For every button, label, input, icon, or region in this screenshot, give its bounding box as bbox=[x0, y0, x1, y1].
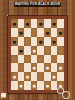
black-man[interactable]: ● bbox=[25, 20, 29, 27]
square-r1c2 bbox=[18, 19, 25, 28]
square-r2c2[interactable]: ● bbox=[18, 28, 25, 37]
black-man[interactable]: ● bbox=[52, 38, 56, 45]
black-man[interactable]: ● bbox=[45, 29, 49, 36]
square-r5c8 bbox=[57, 55, 64, 64]
square-r4c6[interactable] bbox=[44, 46, 51, 55]
square-r7c1[interactable]: ● bbox=[11, 72, 18, 81]
square-r1c7[interactable]: ● bbox=[51, 19, 58, 28]
square-r6c6[interactable]: ● bbox=[44, 63, 51, 72]
square-r1c3[interactable]: ● bbox=[24, 19, 31, 28]
board-grid: ●●●●●●●●●●●●●●●●●●●●●● bbox=[11, 19, 64, 90]
white-man[interactable]: ● bbox=[19, 82, 23, 89]
square-r6c4[interactable]: ● bbox=[31, 63, 38, 72]
square-r7c6 bbox=[44, 72, 51, 81]
square-r3c7[interactable]: ● bbox=[51, 37, 58, 46]
square-r7c8 bbox=[57, 72, 64, 81]
square-r2c4[interactable] bbox=[31, 28, 38, 37]
square-r4c8[interactable] bbox=[57, 46, 64, 55]
black-man[interactable]: ● bbox=[39, 38, 43, 45]
white-man[interactable]: ● bbox=[45, 82, 49, 89]
square-r4c1 bbox=[11, 46, 18, 55]
white-man[interactable]: ● bbox=[32, 64, 36, 71]
square-r8c5 bbox=[37, 81, 44, 90]
square-r2c5 bbox=[37, 28, 44, 37]
square-r1c5[interactable]: ● bbox=[37, 19, 44, 28]
white-man[interactable]: ● bbox=[52, 73, 56, 80]
square-r4c3 bbox=[24, 46, 31, 55]
square-r5c3[interactable] bbox=[24, 55, 31, 64]
square-r8c4[interactable]: ● bbox=[31, 81, 38, 90]
square-r6c2[interactable] bbox=[18, 63, 25, 72]
game-screen: WAITING FOR BLACK MOVE ●●●●●●●●●●●●●●●●●… bbox=[0, 0, 75, 100]
white-man[interactable]: ● bbox=[32, 46, 36, 53]
status-text: WAITING FOR BLACK MOVE bbox=[15, 3, 60, 6]
square-r1c6 bbox=[44, 19, 51, 28]
black-man[interactable]: ● bbox=[19, 29, 23, 36]
square-r3c3[interactable] bbox=[24, 37, 31, 46]
square-r6c3 bbox=[24, 63, 31, 72]
square-r3c8 bbox=[57, 37, 64, 46]
square-r4c5 bbox=[37, 46, 44, 55]
white-man[interactable]: ● bbox=[58, 64, 62, 71]
square-r6c8[interactable]: ● bbox=[57, 63, 64, 72]
square-r7c5[interactable] bbox=[37, 72, 44, 81]
white-man[interactable]: ● bbox=[32, 82, 36, 89]
square-r1c1[interactable]: ● bbox=[11, 19, 18, 28]
square-r6c1 bbox=[11, 63, 18, 72]
black-man[interactable]: ● bbox=[58, 29, 62, 36]
white-man[interactable]: ● bbox=[12, 73, 16, 80]
square-r3c1[interactable]: ● bbox=[11, 37, 18, 46]
square-r6c5 bbox=[37, 63, 44, 72]
square-r8c3 bbox=[24, 81, 31, 90]
square-r8c2[interactable]: ● bbox=[18, 81, 25, 90]
square-r4c2[interactable]: ● bbox=[18, 46, 25, 55]
square-r1c8 bbox=[57, 19, 64, 28]
square-r7c3[interactable]: ● bbox=[24, 72, 31, 81]
square-r5c2 bbox=[18, 55, 25, 64]
square-r5c7[interactable] bbox=[51, 55, 58, 64]
square-r5c4 bbox=[31, 55, 38, 64]
square-r8c6[interactable]: ● bbox=[44, 81, 51, 90]
bottom-left-icon[interactable] bbox=[1, 93, 6, 98]
black-man[interactable]: ● bbox=[12, 38, 16, 45]
square-r5c6 bbox=[44, 55, 51, 64]
status-banner: WAITING FOR BLACK MOVE bbox=[14, 2, 61, 7]
square-r7c4 bbox=[31, 72, 38, 81]
circle-badge-icon[interactable] bbox=[62, 91, 70, 99]
square-r4c4[interactable]: ● bbox=[31, 46, 38, 55]
square-r3c5[interactable]: ● bbox=[37, 37, 44, 46]
black-man[interactable]: ● bbox=[39, 20, 43, 27]
square-r2c1 bbox=[11, 28, 18, 37]
square-r3c2 bbox=[18, 37, 25, 46]
square-r2c6[interactable]: ● bbox=[44, 28, 51, 37]
square-r3c4 bbox=[31, 37, 38, 46]
white-man[interactable]: ● bbox=[45, 64, 49, 71]
square-r5c1[interactable] bbox=[11, 55, 18, 64]
square-r5c5[interactable] bbox=[37, 55, 44, 64]
black-man[interactable]: ● bbox=[19, 46, 23, 53]
square-r7c2 bbox=[18, 72, 25, 81]
square-r6c7 bbox=[51, 63, 58, 72]
square-r3c6 bbox=[44, 37, 51, 46]
white-man[interactable]: ● bbox=[25, 73, 29, 80]
square-r4c7 bbox=[51, 46, 58, 55]
square-r8c1 bbox=[11, 81, 18, 90]
square-r2c3 bbox=[24, 28, 31, 37]
board-frame: ●●●●●●●●●●●●●●●●●●●●●● bbox=[8, 16, 67, 93]
square-r7c7[interactable]: ● bbox=[51, 72, 58, 81]
black-man[interactable]: ● bbox=[52, 20, 56, 27]
square-r1c4 bbox=[31, 19, 38, 28]
black-man[interactable]: ● bbox=[12, 20, 16, 27]
square-r2c8[interactable]: ● bbox=[57, 28, 64, 37]
square-r2c7 bbox=[51, 28, 58, 37]
